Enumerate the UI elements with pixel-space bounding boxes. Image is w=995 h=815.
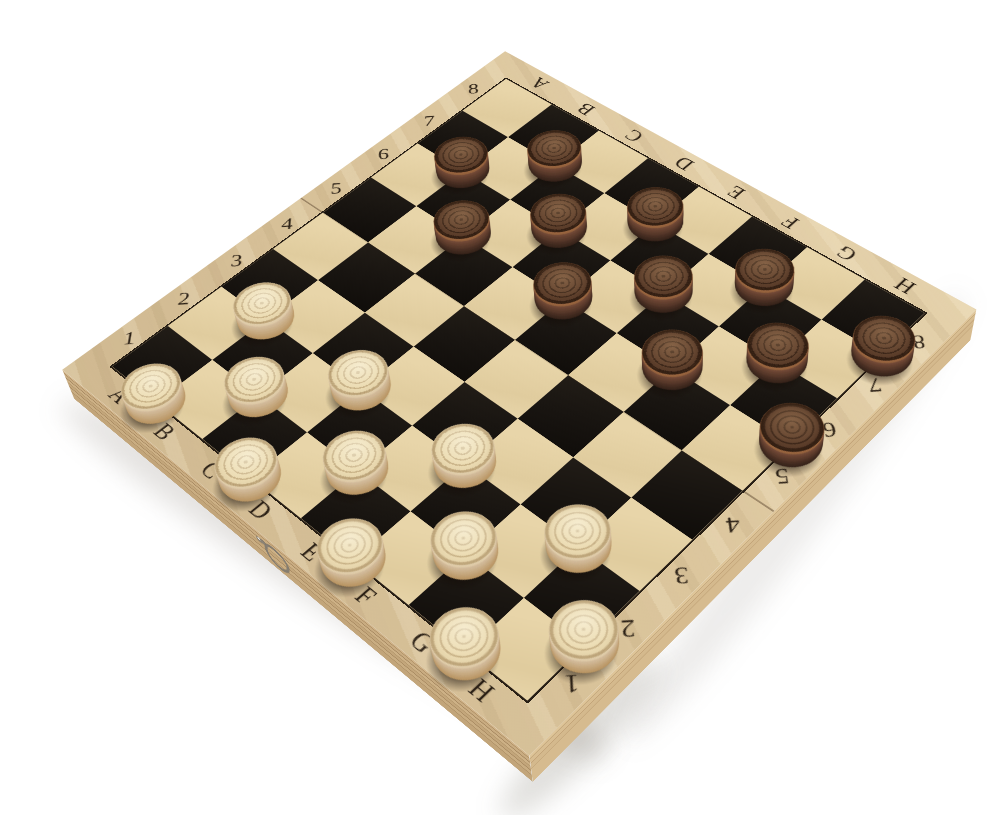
rank-label-left-3: 3 xyxy=(217,235,256,286)
rank-label-left-4: 4 xyxy=(268,199,305,248)
rank-label-left-2: 2 xyxy=(163,272,204,325)
checkers-board: AABBCCDDEEFFGGHH8877665544332211 xyxy=(62,51,976,755)
piece-black-e7[interactable] xyxy=(623,264,704,322)
piece-white-a1[interactable] xyxy=(115,371,197,435)
rank-label-left-5: 5 xyxy=(318,165,353,212)
piece-white-d2[interactable] xyxy=(314,437,400,506)
square-e4[interactable] xyxy=(465,340,569,419)
board-3d-wrapper: AABBCCDDEEFFGGHH8877665544332211 xyxy=(62,51,976,755)
photo-scene: AABBCCDDEEFFGGHH8877665544332211 xyxy=(0,0,995,815)
rank-label-left-8: 8 xyxy=(458,67,490,109)
rank-label-left-7: 7 xyxy=(413,99,445,143)
playing-field xyxy=(112,79,924,701)
rank-label-left-6: 6 xyxy=(366,131,400,176)
